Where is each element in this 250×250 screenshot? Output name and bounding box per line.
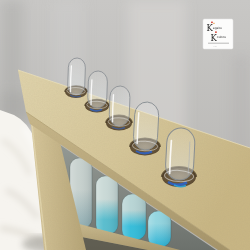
test-tube-3-body bbox=[122, 194, 146, 240]
tube-2-glass-dome bbox=[87, 71, 109, 109]
product-photo: K agaku K oubou ····· bbox=[0, 0, 250, 250]
shop-watermark-logo: K agaku K oubou ····· bbox=[203, 19, 233, 49]
logo-word-1: agaku bbox=[213, 26, 222, 30]
test-tube-4-body bbox=[148, 211, 171, 247]
logo-orange-dot-1 bbox=[213, 23, 214, 24]
tube-1-glass-dome bbox=[67, 58, 87, 96]
logo-red-dot-2 bbox=[215, 31, 217, 33]
tube-4-glass-dome bbox=[132, 101, 160, 151]
logo-red-dot-1 bbox=[211, 22, 213, 24]
logo-tagline: ····· bbox=[213, 45, 217, 48]
tube-3-glass-sheen bbox=[122, 194, 146, 240]
photo-canvas: K agaku K oubou ····· bbox=[0, 0, 250, 250]
test-tube-2-body bbox=[96, 176, 118, 234]
tube-2-glass-sheen bbox=[96, 176, 118, 234]
logo-word-2: oubou bbox=[217, 35, 226, 39]
tube-3-glass-dome bbox=[108, 86, 131, 127]
tube-4-glass-sheen bbox=[148, 211, 171, 247]
tube-5-glass-dome bbox=[164, 127, 196, 182]
